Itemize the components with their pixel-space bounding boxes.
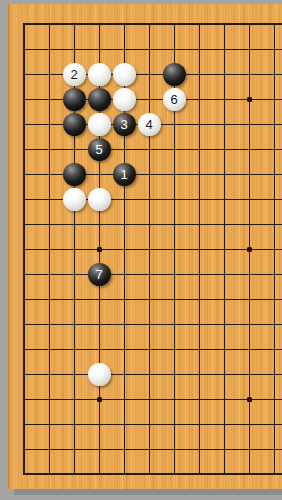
star-point xyxy=(247,397,252,402)
grid-hline xyxy=(24,299,282,300)
star-point xyxy=(97,247,102,252)
grid-hline xyxy=(24,324,282,325)
stone-move-number: 5 xyxy=(95,143,102,156)
stone-move-number: 4 xyxy=(145,118,152,131)
stone-white-move-4[interactable]: 4 xyxy=(138,113,161,136)
grid-hline xyxy=(24,224,282,225)
stone-black-move-5[interactable]: 5 xyxy=(88,138,111,161)
star-point xyxy=(247,97,252,102)
grid-hline xyxy=(23,473,282,475)
stone-black[interactable] xyxy=(88,88,111,111)
grid-vline xyxy=(199,23,200,475)
go-board[interactable]: 2634517 xyxy=(8,4,282,489)
grid-vline xyxy=(224,23,225,475)
grid-hline xyxy=(24,399,282,400)
stone-move-number: 6 xyxy=(170,93,177,106)
grid-vline xyxy=(23,23,25,475)
stone-white[interactable] xyxy=(113,88,136,111)
stone-move-number: 7 xyxy=(95,268,102,281)
stone-move-number: 3 xyxy=(120,118,127,131)
stone-white[interactable] xyxy=(88,113,111,136)
stone-white[interactable] xyxy=(63,188,86,211)
stone-white[interactable] xyxy=(88,363,111,386)
stone-white[interactable] xyxy=(88,63,111,86)
grid-hline xyxy=(23,23,282,25)
grid-hline xyxy=(24,424,282,425)
grid-vline xyxy=(149,23,150,475)
stone-white[interactable] xyxy=(88,188,111,211)
grid-hline xyxy=(24,149,282,150)
stone-black[interactable] xyxy=(163,63,186,86)
stone-black-move-3[interactable]: 3 xyxy=(113,113,136,136)
star-point xyxy=(247,247,252,252)
stone-white-move-2[interactable]: 2 xyxy=(63,63,86,86)
stone-black[interactable] xyxy=(63,88,86,111)
star-point xyxy=(97,397,102,402)
stone-black-move-7[interactable]: 7 xyxy=(88,263,111,286)
grid-vline xyxy=(49,23,50,475)
grid-hline xyxy=(24,249,282,250)
grid-vline xyxy=(274,23,275,475)
stone-black[interactable] xyxy=(63,163,86,186)
stone-white[interactable] xyxy=(113,63,136,86)
stone-white-move-6[interactable]: 6 xyxy=(163,88,186,111)
grid-hline xyxy=(24,349,282,350)
stone-move-number: 2 xyxy=(70,68,77,81)
grid-hline xyxy=(24,274,282,275)
stone-black[interactable] xyxy=(63,113,86,136)
grid-hline xyxy=(24,49,282,50)
grid-hline xyxy=(24,449,282,450)
grid-hline xyxy=(24,374,282,375)
stone-black-move-1[interactable]: 1 xyxy=(113,163,136,186)
stone-move-number: 1 xyxy=(120,168,127,181)
